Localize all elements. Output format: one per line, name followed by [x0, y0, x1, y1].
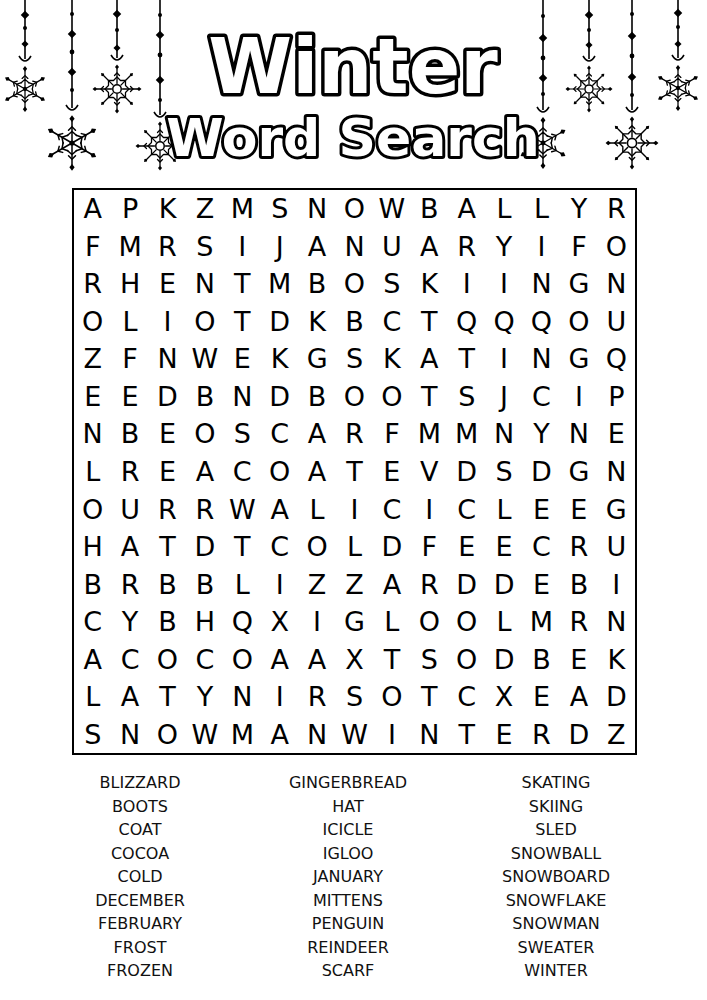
grid-cell[interactable]: A: [261, 640, 298, 678]
grid-cell[interactable]: D: [448, 453, 485, 491]
grid-cell[interactable]: H: [111, 265, 148, 303]
grid-cell[interactable]: I: [261, 678, 298, 716]
grid-cell[interactable]: F: [111, 340, 148, 378]
grid-cell[interactable]: K: [261, 340, 298, 378]
grid-cell[interactable]: O: [224, 640, 261, 678]
grid-cell[interactable]: C: [186, 640, 223, 678]
grid-cell[interactable]: E: [373, 453, 410, 491]
word-list-item: SNOWFLAKE: [426, 889, 686, 913]
word-list: BLIZZARDBOOTSCOATCOCOACOLDDECEMBERFEBRUA…: [0, 771, 707, 991]
grid-cell[interactable]: T: [224, 528, 261, 566]
word-list-item: SLED: [426, 818, 686, 842]
grid-cell[interactable]: P: [111, 190, 148, 228]
grid-cell[interactable]: T: [411, 678, 448, 716]
word-list-item: SNOWBALL: [426, 842, 686, 866]
page-subtitle: Word Search: [166, 108, 540, 168]
grid-cell[interactable]: B: [149, 565, 186, 603]
grid-cell[interactable]: K: [373, 340, 410, 378]
grid-cell[interactable]: N: [149, 340, 186, 378]
grid-cell[interactable]: R: [560, 528, 597, 566]
grid-cell[interactable]: E: [560, 490, 597, 528]
grid-cell[interactable]: S: [186, 228, 223, 266]
grid-cell[interactable]: O: [336, 378, 373, 416]
grid-cell[interactable]: N: [598, 603, 635, 641]
grid-cell[interactable]: I: [298, 603, 335, 641]
grid-cell[interactable]: N: [560, 415, 597, 453]
grid-cell[interactable]: L: [298, 490, 335, 528]
grid-cell[interactable]: D: [523, 453, 560, 491]
grid-cell[interactable]: K: [298, 303, 335, 341]
grid-cell[interactable]: R: [523, 715, 560, 753]
grid-cell[interactable]: I: [373, 715, 410, 753]
grid-cell[interactable]: I: [485, 340, 522, 378]
grid-cell[interactable]: D: [485, 640, 522, 678]
grid-cell[interactable]: C: [523, 378, 560, 416]
grid-cell[interactable]: L: [74, 453, 111, 491]
grid-cell[interactable]: W: [186, 715, 223, 753]
grid-cell[interactable]: Z: [598, 715, 635, 753]
grid-cell[interactable]: H: [186, 603, 223, 641]
grid-cell[interactable]: Q: [224, 603, 261, 641]
grid-cell[interactable]: Z: [336, 565, 373, 603]
grid-cell[interactable]: U: [111, 490, 148, 528]
grid-cell[interactable]: A: [411, 340, 448, 378]
grid-cell[interactable]: T: [448, 715, 485, 753]
grid-cell[interactable]: N: [298, 715, 335, 753]
grid-cell[interactable]: T: [373, 640, 410, 678]
grid-cell[interactable]: T: [411, 378, 448, 416]
grid-cell[interactable]: S: [373, 265, 410, 303]
grid-cell[interactable]: A: [261, 490, 298, 528]
grid-cell[interactable]: O: [448, 640, 485, 678]
grid-cell[interactable]: B: [411, 190, 448, 228]
grid-cell[interactable]: M: [411, 415, 448, 453]
grid-cell[interactable]: G: [298, 340, 335, 378]
grid-cell[interactable]: A: [74, 640, 111, 678]
grid-cell[interactable]: O: [336, 190, 373, 228]
grid-cell[interactable]: C: [373, 490, 410, 528]
grid-cell[interactable]: Q: [485, 303, 522, 341]
grid-cell[interactable]: M: [448, 415, 485, 453]
grid-cell[interactable]: B: [523, 640, 560, 678]
grid-cell[interactable]: I: [560, 378, 597, 416]
grid-cell[interactable]: A: [111, 528, 148, 566]
grid-cell[interactable]: I: [448, 265, 485, 303]
grid-cell[interactable]: I: [224, 228, 261, 266]
grid-cell[interactable]: S: [411, 640, 448, 678]
grid-cell[interactable]: Z: [298, 565, 335, 603]
grid-cell[interactable]: N: [224, 678, 261, 716]
word-list-item: SNOWBOARD: [426, 865, 686, 889]
grid-cell[interactable]: N: [598, 453, 635, 491]
grid-cell[interactable]: C: [523, 528, 560, 566]
grid-cell[interactable]: O: [560, 303, 597, 341]
grid-cell[interactable]: A: [411, 228, 448, 266]
grid-cell[interactable]: L: [373, 603, 410, 641]
grid-cell[interactable]: G: [598, 490, 635, 528]
grid-cell[interactable]: R: [149, 228, 186, 266]
grid-cell[interactable]: I: [485, 265, 522, 303]
grid-cell[interactable]: O: [411, 603, 448, 641]
grid-cell[interactable]: T: [448, 340, 485, 378]
grid-cell[interactable]: R: [448, 228, 485, 266]
grid-cell[interactable]: R: [336, 415, 373, 453]
grid-cell[interactable]: A: [298, 453, 335, 491]
grid-cell[interactable]: E: [523, 565, 560, 603]
grid-cell[interactable]: T: [149, 528, 186, 566]
grid-cell[interactable]: N: [298, 190, 335, 228]
grid-cell[interactable]: E: [485, 715, 522, 753]
grid-cell[interactable]: O: [186, 303, 223, 341]
grid-cell[interactable]: D: [448, 565, 485, 603]
grid-cell[interactable]: O: [149, 640, 186, 678]
grid-cell[interactable]: L: [336, 528, 373, 566]
grid-cell[interactable]: U: [598, 303, 635, 341]
grid-cell[interactable]: B: [186, 378, 223, 416]
grid-cell[interactable]: V: [411, 453, 448, 491]
grid-cell[interactable]: C: [448, 490, 485, 528]
word-list-item: SKATING: [426, 771, 686, 795]
grid-cell[interactable]: L: [485, 603, 522, 641]
grid-cell[interactable]: X: [485, 678, 522, 716]
grid-cell[interactable]: T: [336, 453, 373, 491]
grid-cell[interactable]: O: [373, 678, 410, 716]
grid-cell[interactable]: I: [598, 565, 635, 603]
grid-cell[interactable]: W: [373, 190, 410, 228]
grid-cell[interactable]: O: [373, 378, 410, 416]
grid-cell[interactable]: N: [224, 378, 261, 416]
grid-cell[interactable]: B: [560, 565, 597, 603]
grid-cell[interactable]: N: [336, 228, 373, 266]
grid-cell[interactable]: M: [523, 603, 560, 641]
grid-cell[interactable]: I: [261, 565, 298, 603]
page-header: Winter Word Search: [0, 0, 707, 182]
grid-cell[interactable]: E: [111, 378, 148, 416]
grid-cell[interactable]: Q: [448, 303, 485, 341]
grid-cell[interactable]: M: [261, 265, 298, 303]
grid-cell[interactable]: W: [186, 340, 223, 378]
grid-cell[interactable]: D: [149, 378, 186, 416]
grid-cell[interactable]: I: [336, 490, 373, 528]
grid-cell[interactable]: E: [448, 528, 485, 566]
grid-cell[interactable]: B: [336, 303, 373, 341]
grid-cell[interactable]: J: [485, 378, 522, 416]
word-list-item: SWEATER: [426, 936, 686, 960]
grid-cell[interactable]: G: [560, 453, 597, 491]
grid-cell[interactable]: Y: [560, 190, 597, 228]
grid-cell[interactable]: R: [598, 190, 635, 228]
grid-cell[interactable]: R: [149, 490, 186, 528]
grid-cell[interactable]: N: [74, 415, 111, 453]
grid-cell[interactable]: D: [560, 715, 597, 753]
grid-cell[interactable]: C: [224, 453, 261, 491]
grid-cell[interactable]: E: [149, 265, 186, 303]
grid-cell[interactable]: B: [111, 415, 148, 453]
grid-cell[interactable]: G: [336, 603, 373, 641]
grid-cell[interactable]: E: [598, 415, 635, 453]
grid-cell[interactable]: O: [336, 265, 373, 303]
grid-cell[interactable]: S: [74, 715, 111, 753]
grid-cell[interactable]: B: [298, 265, 335, 303]
grid-cell[interactable]: A: [298, 640, 335, 678]
grid-cell[interactable]: F: [560, 228, 597, 266]
grid-cell[interactable]: I: [523, 228, 560, 266]
grid-cell[interactable]: O: [149, 715, 186, 753]
grid-cell[interactable]: C: [261, 415, 298, 453]
grid-cell[interactable]: T: [149, 678, 186, 716]
grid-cell[interactable]: S: [224, 415, 261, 453]
grid-cell[interactable]: A: [111, 678, 148, 716]
grid-cell[interactable]: S: [336, 678, 373, 716]
grid-cell[interactable]: R: [111, 565, 148, 603]
grid-cell[interactable]: N: [111, 715, 148, 753]
grid-cell[interactable]: F: [74, 228, 111, 266]
grid-cell[interactable]: W: [336, 715, 373, 753]
grid-cell[interactable]: Y: [111, 603, 148, 641]
grid-cell[interactable]: M: [111, 228, 148, 266]
grid-cell[interactable]: X: [261, 603, 298, 641]
grid-cell[interactable]: Z: [186, 190, 223, 228]
grid-cell[interactable]: Y: [523, 415, 560, 453]
grid-cell[interactable]: C: [373, 303, 410, 341]
grid-cell[interactable]: E: [523, 490, 560, 528]
grid-cell[interactable]: O: [598, 228, 635, 266]
grid-cell[interactable]: A: [298, 228, 335, 266]
grid-cell[interactable]: C: [448, 678, 485, 716]
word-list-item: SNOWMAN: [426, 912, 686, 936]
grid-cell[interactable]: T: [224, 303, 261, 341]
grid-cell[interactable]: L: [111, 303, 148, 341]
grid-cell[interactable]: S: [336, 340, 373, 378]
grid-cell[interactable]: R: [298, 678, 335, 716]
grid-cell[interactable]: F: [373, 415, 410, 453]
grid-cell[interactable]: C: [261, 528, 298, 566]
grid-cell[interactable]: T: [224, 265, 261, 303]
grid-cell[interactable]: R: [111, 453, 148, 491]
grid-cell[interactable]: A: [186, 453, 223, 491]
grid-cell[interactable]: O: [448, 603, 485, 641]
grid-cell[interactable]: I: [411, 490, 448, 528]
grid-cell[interactable]: E: [485, 528, 522, 566]
grid-cell[interactable]: E: [149, 453, 186, 491]
grid-cell[interactable]: O: [74, 303, 111, 341]
grid-cell[interactable]: B: [74, 565, 111, 603]
grid-cell[interactable]: S: [485, 453, 522, 491]
grid-cell[interactable]: S: [261, 190, 298, 228]
grid-cell[interactable]: W: [224, 490, 261, 528]
grid-cell[interactable]: U: [598, 528, 635, 566]
word-list-item: WINTER: [426, 959, 686, 983]
grid-cell[interactable]: J: [261, 228, 298, 266]
grid-cell[interactable]: D: [598, 678, 635, 716]
grid-cell[interactable]: R: [74, 265, 111, 303]
grid-cell[interactable]: Y: [186, 678, 223, 716]
grid-cell[interactable]: Y: [485, 228, 522, 266]
grid-cell[interactable]: O: [298, 528, 335, 566]
grid-cell[interactable]: E: [149, 415, 186, 453]
grid-cell[interactable]: S: [448, 378, 485, 416]
grid-cell[interactable]: L: [74, 678, 111, 716]
grid-cell[interactable]: N: [523, 340, 560, 378]
grid-cell[interactable]: B: [149, 603, 186, 641]
word-list-column: SKATINGSKIINGSLEDSNOWBALLSNOWBOARDSNOWFL…: [426, 771, 686, 983]
grid-cell[interactable]: D: [261, 378, 298, 416]
grid-cell[interactable]: H: [74, 528, 111, 566]
page-title: Winter: [208, 22, 498, 111]
grid-cell[interactable]: N: [523, 265, 560, 303]
grid-cell[interactable]: A: [448, 190, 485, 228]
grid-cell[interactable]: K: [598, 640, 635, 678]
grid-cell[interactable]: L: [224, 565, 261, 603]
grid-cell[interactable]: N: [186, 265, 223, 303]
grid-cell[interactable]: E: [74, 378, 111, 416]
grid-cell[interactable]: G: [560, 340, 597, 378]
grid-cell[interactable]: Q: [598, 340, 635, 378]
grid-cell[interactable]: U: [373, 228, 410, 266]
grid-cell[interactable]: L: [523, 190, 560, 228]
grid-cell[interactable]: Z: [74, 340, 111, 378]
grid-cell[interactable]: C: [111, 640, 148, 678]
grid-cell[interactable]: X: [336, 640, 373, 678]
grid-cell[interactable]: A: [373, 565, 410, 603]
grid-cell[interactable]: B: [298, 378, 335, 416]
word-search-grid: APKZMSNOWBALLYRFMRSIJANUARYIFORHENTMBOSK…: [72, 188, 637, 755]
grid-cell[interactable]: I: [149, 303, 186, 341]
grid-cell[interactable]: C: [74, 603, 111, 641]
grid-cell[interactable]: E: [560, 640, 597, 678]
grid-cell[interactable]: L: [485, 190, 522, 228]
grid-cell[interactable]: F: [411, 528, 448, 566]
grid-cell[interactable]: N: [485, 415, 522, 453]
grid-cell[interactable]: R: [186, 490, 223, 528]
grid-cell[interactable]: D: [261, 303, 298, 341]
grid-cell[interactable]: A: [74, 190, 111, 228]
grid-cell[interactable]: K: [411, 265, 448, 303]
grid-cell[interactable]: P: [598, 378, 635, 416]
grid-cell[interactable]: G: [560, 265, 597, 303]
grid-cell[interactable]: D: [373, 528, 410, 566]
grid-cell[interactable]: T: [411, 303, 448, 341]
grid-cell[interactable]: D: [186, 528, 223, 566]
grid-cell[interactable]: O: [261, 453, 298, 491]
grid-cell[interactable]: M: [224, 190, 261, 228]
grid-cell[interactable]: N: [411, 715, 448, 753]
grid-cell[interactable]: N: [598, 265, 635, 303]
grid-cell[interactable]: O: [186, 415, 223, 453]
grid-cell[interactable]: O: [74, 490, 111, 528]
word-list-item: SKIING: [426, 795, 686, 819]
grid-cell[interactable]: A: [298, 415, 335, 453]
grid-cell[interactable]: E: [224, 340, 261, 378]
grid-cell[interactable]: A: [560, 678, 597, 716]
grid-cell[interactable]: K: [149, 190, 186, 228]
grid-cell[interactable]: D: [485, 565, 522, 603]
grid-cell[interactable]: E: [523, 678, 560, 716]
grid-cell[interactable]: A: [261, 715, 298, 753]
grid-cell[interactable]: Q: [523, 303, 560, 341]
grid-cell[interactable]: M: [224, 715, 261, 753]
grid-cell[interactable]: L: [485, 490, 522, 528]
grid-cell[interactable]: R: [560, 603, 597, 641]
grid-cell[interactable]: B: [186, 565, 223, 603]
grid-cell[interactable]: R: [411, 565, 448, 603]
